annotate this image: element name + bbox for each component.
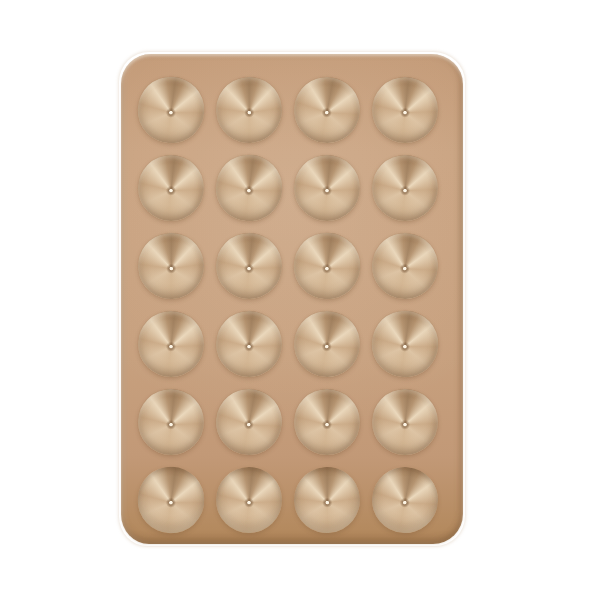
suction-cup-dome-r4c3 [291, 308, 363, 380]
suction-cup-dome-r3c3 [293, 232, 362, 301]
pad-cell-r5c4 [366, 383, 444, 461]
suction-cup-dome-r6c1 [137, 466, 206, 535]
dome-grid [121, 54, 463, 544]
pad-cell-r3c2 [210, 227, 288, 305]
pad-cell-r6c4 [366, 461, 444, 539]
pad-cell-r6c2 [210, 461, 288, 539]
pad-cell-r2c1 [132, 149, 210, 227]
suction-cup-dome-r6c2 [216, 467, 282, 533]
pad-cell-r4c4 [366, 305, 444, 383]
suction-cup-dome-r6c3 [291, 464, 364, 537]
pad-cell-r5c1 [132, 383, 210, 461]
suction-cup-dome-r5c4 [372, 389, 438, 455]
suction-cup-dome-r4c1 [138, 311, 204, 377]
suction-cup-dome-r1c4 [372, 77, 438, 143]
pad-cell-r3c1 [132, 227, 210, 305]
suction-cup-dome-r4c4 [371, 310, 440, 379]
pad-cell-r5c2 [210, 383, 288, 461]
suction-cup-dome-r6c4 [369, 464, 441, 536]
suction-cup-dome-r2c4 [372, 155, 438, 221]
suction-cup-dome-r3c1 [135, 230, 208, 303]
pad-cell-r2c3 [288, 149, 366, 227]
silicone-pad [121, 54, 463, 544]
pad-cell-r6c3 [288, 461, 366, 539]
pad-cell-r4c2 [210, 305, 288, 383]
suction-cup-dome-r3c2 [216, 233, 282, 299]
suction-cup-dome-r3c4 [369, 230, 441, 302]
suction-cup-dome-r2c2 [215, 154, 284, 223]
suction-cup-dome-r5c3 [294, 389, 360, 455]
suction-cup-dome-r5c1 [138, 389, 204, 455]
suction-cup-dome-r1c1 [137, 76, 206, 145]
suction-cup-dome-r4c2 [216, 311, 282, 377]
suction-cup-dome-r5c2 [213, 386, 285, 458]
pad-cell-r1c2 [210, 71, 288, 149]
pad-cell-r4c3 [288, 305, 366, 383]
pad-cell-r1c1 [132, 71, 210, 149]
suction-cup-dome-r1c3 [291, 74, 363, 146]
pad-cell-r2c4 [366, 149, 444, 227]
pad-cell-r1c4 [366, 71, 444, 149]
pad-cell-r2c2 [210, 149, 288, 227]
pad-cell-r3c3 [288, 227, 366, 305]
suction-cup-dome-r2c1 [138, 155, 204, 221]
suction-cup-dome-r1c2 [213, 74, 286, 147]
pad-cell-r4c1 [132, 305, 210, 383]
suction-cup-dome-r2c3 [294, 155, 360, 221]
pad-cell-r5c3 [288, 383, 366, 461]
pad-cell-r1c3 [288, 71, 366, 149]
product-photo [0, 0, 600, 600]
pad-cell-r6c1 [132, 461, 210, 539]
pad-cell-r3c4 [366, 227, 444, 305]
